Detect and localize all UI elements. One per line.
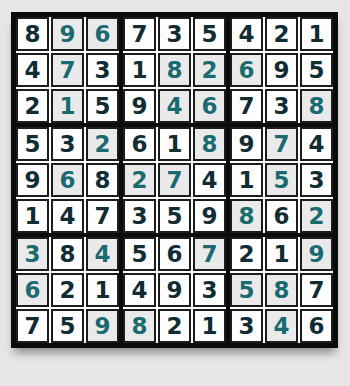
- cell-r1c2[interactable]: 9: [51, 17, 84, 51]
- cell-r8c1[interactable]: 6: [16, 273, 49, 307]
- cell-r3c7[interactable]: 7: [230, 89, 263, 123]
- cell-r9c5[interactable]: 2: [158, 309, 191, 343]
- box-8: 567493821: [121, 235, 228, 345]
- cell-r7c1[interactable]: 3: [16, 237, 49, 271]
- cell-r5c9[interactable]: 3: [300, 163, 333, 197]
- cell-r9c6[interactable]: 1: [193, 309, 226, 343]
- cell-r8c5[interactable]: 9: [158, 273, 191, 307]
- box-6: 974153862: [228, 125, 335, 235]
- cell-r5c1[interactable]: 9: [16, 163, 49, 197]
- cell-r8c8[interactable]: 8: [265, 273, 298, 307]
- cell-r1c8[interactable]: 2: [265, 17, 298, 51]
- cell-r1c1[interactable]: 8: [16, 17, 49, 51]
- cell-r6c9[interactable]: 2: [300, 199, 333, 233]
- sudoku-board: 8964732157351829464216957385329681476182…: [11, 12, 338, 348]
- cell-r6c3[interactable]: 7: [86, 199, 119, 233]
- cell-r4c3[interactable]: 2: [86, 127, 119, 161]
- cell-r5c6[interactable]: 4: [193, 163, 226, 197]
- cell-r3c6[interactable]: 6: [193, 89, 226, 123]
- cell-r7c3[interactable]: 4: [86, 237, 119, 271]
- cell-r3c4[interactable]: 9: [123, 89, 156, 123]
- cell-r6c2[interactable]: 4: [51, 199, 84, 233]
- cell-r2c9[interactable]: 5: [300, 53, 333, 87]
- box-5: 618274359: [121, 125, 228, 235]
- box-7: 384621759: [14, 235, 121, 345]
- cell-r4c5[interactable]: 1: [158, 127, 191, 161]
- cell-r3c8[interactable]: 3: [265, 89, 298, 123]
- cell-r2c6[interactable]: 2: [193, 53, 226, 87]
- cell-r2c2[interactable]: 7: [51, 53, 84, 87]
- cell-r9c2[interactable]: 5: [51, 309, 84, 343]
- cell-r1c4[interactable]: 7: [123, 17, 156, 51]
- cell-r6c8[interactable]: 6: [265, 199, 298, 233]
- cell-r1c7[interactable]: 4: [230, 17, 263, 51]
- box-9: 219587346: [228, 235, 335, 345]
- cell-r1c3[interactable]: 6: [86, 17, 119, 51]
- cell-r6c1[interactable]: 1: [16, 199, 49, 233]
- cell-r9c4[interactable]: 8: [123, 309, 156, 343]
- cell-r4c2[interactable]: 3: [51, 127, 84, 161]
- cell-r3c9[interactable]: 8: [300, 89, 333, 123]
- cell-r2c7[interactable]: 6: [230, 53, 263, 87]
- cell-r4c6[interactable]: 8: [193, 127, 226, 161]
- cell-r5c8[interactable]: 5: [265, 163, 298, 197]
- cell-r9c7[interactable]: 3: [230, 309, 263, 343]
- cell-r7c6[interactable]: 7: [193, 237, 226, 271]
- cell-r5c3[interactable]: 8: [86, 163, 119, 197]
- cell-r3c5[interactable]: 4: [158, 89, 191, 123]
- box-3: 421695738: [228, 15, 335, 125]
- cell-r6c5[interactable]: 5: [158, 199, 191, 233]
- cell-r6c6[interactable]: 9: [193, 199, 226, 233]
- cell-r8c4[interactable]: 4: [123, 273, 156, 307]
- cell-r8c6[interactable]: 3: [193, 273, 226, 307]
- cell-r9c8[interactable]: 4: [265, 309, 298, 343]
- cell-r7c8[interactable]: 1: [265, 237, 298, 271]
- cell-r7c4[interactable]: 5: [123, 237, 156, 271]
- cell-r1c9[interactable]: 1: [300, 17, 333, 51]
- cell-r5c2[interactable]: 6: [51, 163, 84, 197]
- cell-r6c4[interactable]: 3: [123, 199, 156, 233]
- cell-r6c7[interactable]: 8: [230, 199, 263, 233]
- cell-r3c3[interactable]: 5: [86, 89, 119, 123]
- cell-r9c1[interactable]: 7: [16, 309, 49, 343]
- cell-r3c2[interactable]: 1: [51, 89, 84, 123]
- cell-r7c5[interactable]: 6: [158, 237, 191, 271]
- cell-r2c1[interactable]: 4: [16, 53, 49, 87]
- cell-r5c5[interactable]: 7: [158, 163, 191, 197]
- cell-r8c9[interactable]: 7: [300, 273, 333, 307]
- box-2: 735182946: [121, 15, 228, 125]
- cell-r8c3[interactable]: 1: [86, 273, 119, 307]
- cell-r7c2[interactable]: 8: [51, 237, 84, 271]
- cell-r5c7[interactable]: 1: [230, 163, 263, 197]
- cell-r7c7[interactable]: 2: [230, 237, 263, 271]
- cell-r9c9[interactable]: 6: [300, 309, 333, 343]
- cell-r4c1[interactable]: 5: [16, 127, 49, 161]
- cell-r8c7[interactable]: 5: [230, 273, 263, 307]
- cell-r2c5[interactable]: 8: [158, 53, 191, 87]
- cell-r5c4[interactable]: 2: [123, 163, 156, 197]
- box-1: 896473215: [14, 15, 121, 125]
- cell-r4c7[interactable]: 9: [230, 127, 263, 161]
- cell-r1c5[interactable]: 3: [158, 17, 191, 51]
- box-4: 532968147: [14, 125, 121, 235]
- cell-r3c1[interactable]: 2: [16, 89, 49, 123]
- cell-r4c9[interactable]: 4: [300, 127, 333, 161]
- cell-r4c4[interactable]: 6: [123, 127, 156, 161]
- cell-r1c6[interactable]: 5: [193, 17, 226, 51]
- cell-r4c8[interactable]: 7: [265, 127, 298, 161]
- cell-r2c3[interactable]: 3: [86, 53, 119, 87]
- cell-r2c4[interactable]: 1: [123, 53, 156, 87]
- cell-r9c3[interactable]: 9: [86, 309, 119, 343]
- cell-r8c2[interactable]: 2: [51, 273, 84, 307]
- cell-r2c8[interactable]: 9: [265, 53, 298, 87]
- cell-r7c9[interactable]: 9: [300, 237, 333, 271]
